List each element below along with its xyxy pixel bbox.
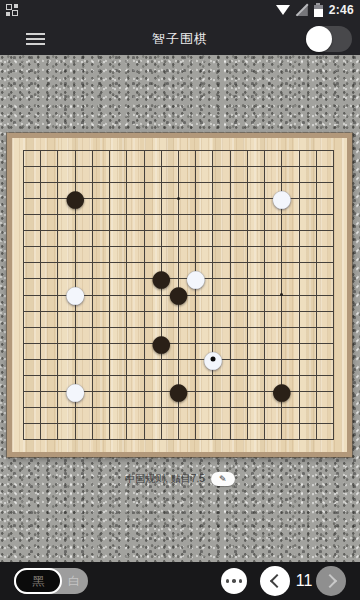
edit-rules-button[interactable]: ✎ (211, 472, 235, 486)
star-point (273, 287, 290, 303)
white-side-label: 白 (68, 574, 80, 588)
black-stone: ● (153, 335, 170, 351)
go-board[interactable]: ●●●●●●●●●●● (7, 133, 352, 457)
rules-text: 中国规则, 贴目7.5 (125, 472, 204, 486)
star-point (170, 191, 187, 207)
app-toolbar: 智子围棋 (0, 20, 360, 55)
qr-code-notification-icon (6, 4, 18, 16)
black-side-label: 黑 (32, 575, 44, 587)
black-stone: ● (273, 383, 290, 399)
move-number: 11 (291, 572, 317, 590)
black-stone: ● (170, 287, 187, 303)
status-clock: 2:46 (329, 3, 354, 17)
board-grid: ●●●●●●●●●●● (15, 143, 342, 448)
last-move-marker (210, 357, 215, 362)
chevron-left-icon (269, 574, 283, 588)
white-stone: ● (67, 383, 84, 399)
previous-move-button[interactable] (260, 566, 290, 596)
black-side-thumb: 黑 (14, 568, 62, 594)
black-stone: ● (153, 271, 170, 287)
next-move-button[interactable] (316, 566, 346, 596)
black-stone: ● (67, 191, 84, 207)
bottom-bar: 白 黑 11 (0, 562, 360, 600)
status-icons: 2:46 (276, 3, 354, 17)
wifi-icon (276, 5, 290, 15)
rules-row: 中国规则, 贴目7.5 ✎ (0, 470, 360, 488)
toolbar-toggle[interactable] (306, 26, 352, 52)
chevron-right-icon (322, 574, 336, 588)
white-stone: ● (273, 191, 290, 207)
battery-icon (314, 3, 323, 17)
more-button[interactable] (221, 568, 247, 594)
app-screen: 2:46 智子围棋 ●●●●●●●●●●● 中国规则, 贴目7.5 ✎ 白 黑 (0, 0, 360, 600)
white-stone: ● (204, 351, 221, 367)
status-bar: 2:46 (0, 0, 360, 20)
white-stone: ● (187, 271, 204, 287)
toggle-knob-icon (306, 26, 332, 52)
color-side-toggle[interactable]: 白 黑 (14, 568, 88, 594)
pencil-icon: ✎ (219, 475, 227, 484)
white-stone: ● (67, 287, 84, 303)
black-stone: ● (170, 383, 187, 399)
cellular-no-signal-icon (296, 4, 308, 16)
